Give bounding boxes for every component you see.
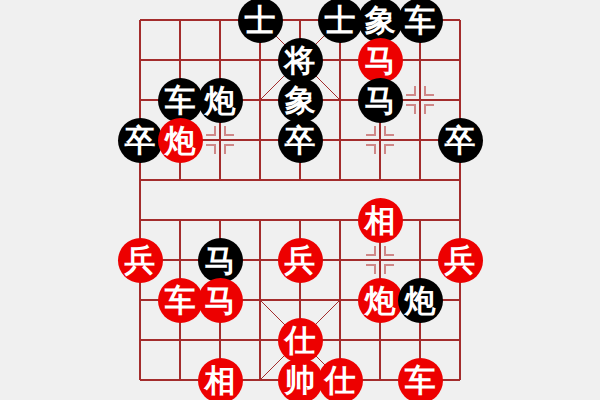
black-elephant[interactable]: 象 (278, 78, 323, 123)
red-chariot[interactable]: 车 (158, 278, 203, 323)
red-soldier[interactable]: 兵 (118, 238, 163, 283)
black-elephant[interactable]: 象 (358, 0, 403, 43)
black-soldier[interactable]: 卒 (278, 118, 323, 163)
red-cannon[interactable]: 炮 (358, 278, 403, 323)
screenshot-root: { "game": "xiangqi", "orientation": "bla… (0, 0, 600, 400)
black-soldier[interactable]: 卒 (118, 118, 163, 163)
black-horse[interactable]: 马 (358, 78, 403, 123)
black-advisor[interactable]: 士 (238, 0, 283, 43)
red-advisor[interactable]: 仕 (278, 318, 323, 363)
pieces-layer: 士士象车将马车炮象马卒炮卒卒相兵马兵兵车马炮炮仕相帅仕车 (120, 0, 480, 400)
red-elephant[interactable]: 相 (198, 358, 243, 400)
red-chariot[interactable]: 车 (398, 358, 443, 400)
red-general[interactable]: 帅 (278, 358, 323, 400)
black-advisor[interactable]: 士 (318, 0, 363, 43)
red-advisor[interactable]: 仕 (318, 358, 363, 400)
black-cannon[interactable]: 炮 (398, 278, 443, 323)
red-soldier[interactable]: 兵 (278, 238, 323, 283)
red-elephant[interactable]: 相 (358, 198, 403, 243)
red-cannon[interactable]: 炮 (158, 118, 203, 163)
red-horse[interactable]: 马 (198, 278, 243, 323)
xiangqi-board: 士士象车将马车炮象马卒炮卒卒相兵马兵兵车马炮炮仕相帅仕车 (0, 0, 600, 400)
black-cannon[interactable]: 炮 (198, 78, 243, 123)
black-horse[interactable]: 马 (198, 238, 243, 283)
red-horse[interactable]: 马 (358, 38, 403, 83)
black-general[interactable]: 将 (278, 38, 323, 83)
black-chariot[interactable]: 车 (398, 0, 443, 43)
red-soldier[interactable]: 兵 (438, 238, 483, 283)
black-chariot[interactable]: 车 (158, 78, 203, 123)
black-soldier[interactable]: 卒 (438, 118, 483, 163)
